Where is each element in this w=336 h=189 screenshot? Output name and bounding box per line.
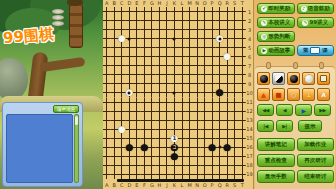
board-cell-T1[interactable]: [238, 170, 246, 179]
board-cell-F6[interactable]: [141, 125, 149, 134]
board-cell-J17[interactable]: [163, 25, 171, 34]
board-cell-S1[interactable]: [231, 170, 239, 179]
board-cell-S14[interactable]: [231, 52, 239, 61]
board-cell-P3[interactable]: [208, 152, 216, 161]
board-cell-J16[interactable]: [163, 34, 171, 43]
board-cell-R12[interactable]: [223, 70, 231, 79]
board-cell-S9[interactable]: [231, 98, 239, 107]
board-cell-F12[interactable]: [141, 70, 149, 79]
board-cell-L11[interactable]: [178, 79, 186, 88]
board-cell-G18[interactable]: [148, 16, 156, 25]
board-cell-N7[interactable]: [193, 116, 201, 125]
board-cell-L3[interactable]: [178, 152, 186, 161]
board-cell-K1[interactable]: [171, 170, 179, 179]
board-cell-G9[interactable]: [148, 98, 156, 107]
board-cell-D8[interactable]: [126, 107, 134, 116]
board-cell-Q6[interactable]: [216, 125, 224, 134]
board-cell-R11[interactable]: [223, 79, 231, 88]
board-cell-K16[interactable]: [171, 34, 179, 43]
alternate-stone-tool[interactable]: [272, 72, 285, 85]
board-cell-R1[interactable]: [223, 170, 231, 179]
board-cell-K13[interactable]: [171, 61, 179, 70]
board-cell-Q10[interactable]: ●: [216, 88, 224, 97]
board-cell-N10[interactable]: [193, 88, 201, 97]
board-cell-J15[interactable]: [163, 43, 171, 52]
board-cell-L7[interactable]: [178, 116, 186, 125]
board-cell-L12[interactable]: [178, 70, 186, 79]
board-cell-S2[interactable]: [231, 161, 239, 170]
square-mark-tool[interactable]: ■: [272, 88, 285, 101]
board-cell-D13[interactable]: [126, 61, 134, 70]
button-reward[interactable]: ✔即时奖励: [257, 3, 295, 14]
board-cell-L6[interactable]: [178, 125, 186, 134]
board-cell-L9[interactable]: [178, 98, 186, 107]
board-cell-Q3[interactable]: [216, 152, 224, 161]
board-cell-H16[interactable]: [156, 34, 164, 43]
board-cell-A8[interactable]: [103, 107, 111, 116]
board-cell-P9[interactable]: [208, 98, 216, 107]
board-cell-H15[interactable]: [156, 43, 164, 52]
board-cell-T14[interactable]: [238, 52, 246, 61]
board-cell-G13[interactable]: [148, 61, 156, 70]
chat-message-list[interactable]: [6, 114, 73, 183]
board-cell-J12[interactable]: [163, 70, 171, 79]
board-cell-E14[interactable]: [133, 52, 141, 61]
to-start-button[interactable]: |◀: [257, 120, 274, 132]
board-cell-T19[interactable]: [238, 7, 246, 16]
button-加载作业[interactable]: 加载作业: [297, 138, 335, 151]
to-end-button[interactable]: ▶|: [276, 120, 293, 132]
board-cell-S3[interactable]: [231, 152, 239, 161]
board-cell-O6[interactable]: [201, 125, 209, 134]
board-cell-H12[interactable]: [156, 70, 164, 79]
board-cell-T18[interactable]: [238, 16, 246, 25]
board-cell-N18[interactable]: [193, 16, 201, 25]
board-cell-O13[interactable]: [201, 61, 209, 70]
board-cell-J7[interactable]: [163, 116, 171, 125]
board-cell-F2[interactable]: [141, 161, 149, 170]
board-cell-J6[interactable]: [163, 125, 171, 134]
board-cell-H3[interactable]: [156, 152, 164, 161]
board-cell-G19[interactable]: [148, 7, 156, 16]
board-cell-S15[interactable]: [231, 43, 239, 52]
rewind-button[interactable]: ◀◀: [257, 104, 274, 116]
board-cell-C9[interactable]: [118, 98, 126, 107]
board-cell-Q12[interactable]: [216, 70, 224, 79]
board-cell-K17[interactable]: [171, 25, 179, 34]
board-cell-Q8[interactable]: [216, 107, 224, 116]
button-story[interactable]: ▶动画故事: [257, 45, 295, 56]
board-cell-T7[interactable]: [238, 116, 246, 125]
board-cell-O11[interactable]: [201, 79, 209, 88]
board-cell-B4[interactable]: [111, 143, 119, 152]
white-stone-tool[interactable]: [302, 72, 315, 85]
board-cell-A1[interactable]: [103, 170, 111, 179]
button-重点检查[interactable]: 重点检查: [257, 154, 295, 167]
board-cell-N6[interactable]: [193, 125, 201, 134]
board-cell-P18[interactable]: [208, 16, 216, 25]
board-cell-Q13[interactable]: [216, 61, 224, 70]
button-handout[interactable]: ✎本校讲义: [257, 17, 295, 28]
board-cell-A19[interactable]: [103, 7, 111, 16]
board-cell-F4[interactable]: ●: [141, 143, 149, 152]
board-cell-E7[interactable]: [133, 116, 141, 125]
board-cell-D14[interactable]: [126, 52, 134, 61]
step-forward-button[interactable]: ▶: [295, 104, 312, 116]
board-cell-Q9[interactable]: [216, 98, 224, 107]
board-cell-D1[interactable]: [126, 170, 134, 179]
board-cell-T8[interactable]: [238, 107, 246, 116]
board-cell-N1[interactable]: [193, 170, 201, 179]
board-cell-A10[interactable]: [103, 88, 111, 97]
board-cell-R18[interactable]: [223, 16, 231, 25]
board-cell-E19[interactable]: [133, 7, 141, 16]
board-cell-L18[interactable]: [178, 16, 186, 25]
board-cell-N19[interactable]: [193, 7, 201, 16]
board-cell-H4[interactable]: [156, 143, 164, 152]
board-cell-S5[interactable]: [231, 134, 239, 143]
board-cell-A4[interactable]: [103, 143, 111, 152]
board-cell-G12[interactable]: [148, 70, 156, 79]
board-cell-E3[interactable]: [133, 152, 141, 161]
board-cell-M14[interactable]: [186, 52, 194, 61]
board-cell-L1[interactable]: [178, 170, 186, 179]
board-cell-G7[interactable]: [148, 116, 156, 125]
board-cell-S12[interactable]: [231, 70, 239, 79]
board-cell-A15[interactable]: [103, 43, 111, 52]
board-cell-N15[interactable]: [193, 43, 201, 52]
lesson-number-button[interactable]: 第课: [297, 45, 335, 56]
board-cell-H7[interactable]: [156, 116, 164, 125]
board-cell-L19[interactable]: [178, 7, 186, 16]
board-cell-L8[interactable]: [178, 107, 186, 116]
board-cell-H19[interactable]: [156, 7, 164, 16]
board-cell-B14[interactable]: [111, 52, 119, 61]
board-cell-P2[interactable]: [208, 161, 216, 170]
board-cell-F17[interactable]: [141, 25, 149, 34]
board-cell-K19[interactable]: [171, 7, 179, 16]
board-cell-D7[interactable]: [126, 116, 134, 125]
board-cell-P14[interactable]: [208, 52, 216, 61]
board-cell-J10[interactable]: [163, 88, 171, 97]
board-cell-M15[interactable]: [186, 43, 194, 52]
board-cell-H6[interactable]: [156, 125, 164, 134]
board-cell-D15[interactable]: [126, 43, 134, 52]
board-cell-P12[interactable]: [208, 70, 216, 79]
board-cell-K10[interactable]: [171, 88, 179, 97]
board-cell-M8[interactable]: [186, 107, 194, 116]
board-cell-J14[interactable]: [163, 52, 171, 61]
board-cell-R3[interactable]: [223, 152, 231, 161]
board-cell-P7[interactable]: [208, 116, 216, 125]
board-cell-O19[interactable]: [201, 7, 209, 16]
board-cell-G8[interactable]: [148, 107, 156, 116]
board-cell-D18[interactable]: [126, 16, 134, 25]
board-cell-R14[interactable]: ●: [223, 52, 231, 61]
board-cell-L4[interactable]: [178, 143, 186, 152]
board-cell-K12[interactable]: [171, 70, 179, 79]
board-cell-E15[interactable]: [133, 43, 141, 52]
board-cell-B9[interactable]: [111, 98, 119, 107]
board-cell-N11[interactable]: [193, 79, 201, 88]
board-cell-P19[interactable]: [208, 7, 216, 16]
board-cell-D4[interactable]: ●: [126, 143, 134, 152]
board-cell-D10[interactable]: ●: [126, 88, 134, 97]
board-cell-M19[interactable]: [186, 7, 194, 16]
board-cell-C18[interactable]: [118, 16, 126, 25]
board-cell-E8[interactable]: [133, 107, 141, 116]
board-cell-A13[interactable]: [103, 61, 111, 70]
board-cell-N16[interactable]: [193, 34, 201, 43]
board-cell-M7[interactable]: [186, 116, 194, 125]
board-cell-B17[interactable]: [111, 25, 119, 34]
board-cell-Q16[interactable]: ●: [216, 34, 224, 43]
board-cell-D3[interactable]: [126, 152, 134, 161]
board-cell-M1[interactable]: [186, 170, 194, 179]
board-cell-A18[interactable]: [103, 16, 111, 25]
board-cell-H2[interactable]: [156, 161, 164, 170]
board-cell-R8[interactable]: [223, 107, 231, 116]
board-cell-M16[interactable]: [186, 34, 194, 43]
board-cell-K9[interactable]: [171, 98, 179, 107]
button-结束研讨[interactable]: 结束研讨: [297, 170, 335, 183]
board-cell-F3[interactable]: [141, 152, 149, 161]
board-cell-B5[interactable]: [111, 134, 119, 143]
board-cell-S16[interactable]: [231, 34, 239, 43]
board-cell-N8[interactable]: [193, 107, 201, 116]
board-cell-D9[interactable]: [126, 98, 134, 107]
board-cell-H9[interactable]: [156, 98, 164, 107]
board-cell-T10[interactable]: [238, 88, 246, 97]
board-cell-H11[interactable]: [156, 79, 164, 88]
board-cell-G1[interactable]: [148, 170, 156, 179]
board-cell-Q19[interactable]: [216, 7, 224, 16]
board-cell-J9[interactable]: [163, 98, 171, 107]
board-cell-C19[interactable]: [118, 7, 126, 16]
number-mark-tool[interactable]: 1: [302, 88, 315, 101]
board-cell-B12[interactable]: [111, 70, 119, 79]
chat-scrollbar-thumb[interactable]: [75, 116, 78, 125]
board-cell-Q7[interactable]: [216, 116, 224, 125]
board-cell-D6[interactable]: [126, 125, 134, 134]
board-cell-G2[interactable]: [148, 161, 156, 170]
button-handout[interactable]: ✎99讲义: [297, 17, 335, 28]
board-cell-L2[interactable]: [178, 161, 186, 170]
board-cell-M18[interactable]: [186, 16, 194, 25]
board-cell-O12[interactable]: [201, 70, 209, 79]
board-cell-T16[interactable]: [238, 34, 246, 43]
board-cell-C1[interactable]: [118, 170, 126, 179]
board-cell-Q2[interactable]: [216, 161, 224, 170]
board-cell-B2[interactable]: [111, 161, 119, 170]
board-cell-R9[interactable]: [223, 98, 231, 107]
board-cell-B15[interactable]: [111, 43, 119, 52]
board-cell-F15[interactable]: [141, 43, 149, 52]
board-cell-L5[interactable]: [178, 134, 186, 143]
board-cell-T6[interactable]: [238, 125, 246, 134]
button-讲解笔记[interactable]: 讲解笔记: [257, 138, 295, 151]
board-cell-S10[interactable]: [231, 88, 239, 97]
board-cell-O1[interactable]: [201, 170, 209, 179]
board-cell-P17[interactable]: [208, 25, 216, 34]
board-cell-R13[interactable]: [223, 61, 231, 70]
board-cell-A9[interactable]: [103, 98, 111, 107]
board-cell-R6[interactable]: [223, 125, 231, 134]
board-cell-E10[interactable]: [133, 88, 141, 97]
board-cell-J1[interactable]: [163, 170, 171, 179]
board-cell-G5[interactable]: [148, 134, 156, 143]
board-cell-M10[interactable]: [186, 88, 194, 97]
board-cell-A12[interactable]: [103, 70, 111, 79]
circle-mark-tool[interactable]: ○: [287, 88, 300, 101]
board-cell-O16[interactable]: [201, 34, 209, 43]
board-cell-K3[interactable]: ●: [171, 152, 179, 161]
black-stone-tool-2[interactable]: [287, 72, 300, 85]
eraser-tool[interactable]: [317, 72, 330, 85]
button-再次研讨[interactable]: 再次研讨: [297, 154, 335, 167]
board-cell-P8[interactable]: [208, 107, 216, 116]
board-cell-F19[interactable]: [141, 7, 149, 16]
board-cell-G3[interactable]: [148, 152, 156, 161]
board-cell-S6[interactable]: [231, 125, 239, 134]
board-cell-T3[interactable]: [238, 152, 246, 161]
board-cell-O8[interactable]: [201, 107, 209, 116]
board-cell-O14[interactable]: [201, 52, 209, 61]
board-cell-R19[interactable]: [223, 7, 231, 16]
board-cell-T17[interactable]: [238, 25, 246, 34]
board-cell-C14[interactable]: [118, 52, 126, 61]
clear-messages-button[interactable]: 清空消息: [53, 105, 79, 113]
board-cell-E13[interactable]: [133, 61, 141, 70]
board-cell-P1[interactable]: [208, 170, 216, 179]
board-cell-B11[interactable]: [111, 79, 119, 88]
board-cell-B1[interactable]: [111, 170, 119, 179]
board-cell-O10[interactable]: [201, 88, 209, 97]
board-cell-Q18[interactable]: [216, 16, 224, 25]
board-cell-E18[interactable]: [133, 16, 141, 25]
board-cell-K7[interactable]: [171, 116, 179, 125]
board-cell-N12[interactable]: [193, 70, 201, 79]
board-cell-B18[interactable]: [111, 16, 119, 25]
board-cell-M6[interactable]: [186, 125, 194, 134]
board-cell-H5[interactable]: [156, 134, 164, 143]
board-cell-C8[interactable]: [118, 107, 126, 116]
board-cell-P15[interactable]: [208, 43, 216, 52]
board-cell-H17[interactable]: [156, 25, 164, 34]
board-cell-E2[interactable]: [133, 161, 141, 170]
board-cell-M3[interactable]: [186, 152, 194, 161]
board-cell-K11[interactable]: [171, 79, 179, 88]
board-cell-L10[interactable]: [178, 88, 186, 97]
board-cell-G11[interactable]: [148, 79, 156, 88]
board-cell-D17[interactable]: [126, 25, 134, 34]
button-judge[interactable]: ◎形势判断: [257, 31, 295, 42]
button-显示手数[interactable]: 显示手数: [257, 170, 295, 183]
board-cell-F11[interactable]: [141, 79, 149, 88]
board-cell-J18[interactable]: [163, 16, 171, 25]
board-cell-C6[interactable]: ●: [118, 125, 126, 134]
board-cell-A11[interactable]: [103, 79, 111, 88]
board-cell-G17[interactable]: [148, 25, 156, 34]
board-cell-T9[interactable]: [238, 98, 246, 107]
board-cell-G16[interactable]: [148, 34, 156, 43]
board-cell-G4[interactable]: [148, 143, 156, 152]
board-cell-C16[interactable]: ●: [118, 34, 126, 43]
board-cell-P13[interactable]: [208, 61, 216, 70]
board-cell-S17[interactable]: [231, 25, 239, 34]
board-cell-J2[interactable]: [163, 161, 171, 170]
board-cell-N17[interactable]: [193, 25, 201, 34]
board-cell-R7[interactable]: [223, 116, 231, 125]
board-cell-N4[interactable]: [193, 143, 201, 152]
board-cell-S13[interactable]: [231, 61, 239, 70]
board-cell-E9[interactable]: [133, 98, 141, 107]
board-cell-H1[interactable]: [156, 170, 164, 179]
board-cell-E12[interactable]: [133, 70, 141, 79]
step-back-button[interactable]: ◀: [276, 104, 293, 116]
hint-button[interactable]: 提示: [298, 120, 322, 132]
board-cell-F1[interactable]: [141, 170, 149, 179]
board-cell-C3[interactable]: [118, 152, 126, 161]
board-cell-L17[interactable]: [178, 25, 186, 34]
board-cell-N2[interactable]: [193, 161, 201, 170]
board-cell-H10[interactable]: [156, 88, 164, 97]
board-cell-F8[interactable]: [141, 107, 149, 116]
triangle-mark-tool[interactable]: ▲: [257, 88, 270, 101]
board-cell-K18[interactable]: [171, 16, 179, 25]
board-cell-B10[interactable]: [111, 88, 119, 97]
board-cell-P4[interactable]: ●: [208, 143, 216, 152]
board-cell-M12[interactable]: [186, 70, 194, 79]
letter-mark-tool[interactable]: A: [317, 88, 330, 101]
board-cell-E6[interactable]: [133, 125, 141, 134]
board-cell-G15[interactable]: [148, 43, 156, 52]
board-cell-N9[interactable]: [193, 98, 201, 107]
board-cell-F9[interactable]: [141, 98, 149, 107]
board-cell-T5[interactable]: [238, 134, 246, 143]
board-cell-A7[interactable]: [103, 116, 111, 125]
board-cell-H14[interactable]: [156, 52, 164, 61]
board-cell-F18[interactable]: [141, 16, 149, 25]
board-cell-B8[interactable]: [111, 107, 119, 116]
board-cell-A2[interactable]: [103, 161, 111, 170]
board-cell-K2[interactable]: [171, 161, 179, 170]
board-cell-S11[interactable]: [231, 79, 239, 88]
board-cell-D12[interactable]: [126, 70, 134, 79]
board-cell-T2[interactable]: [238, 161, 246, 170]
board-cell-M2[interactable]: [186, 161, 194, 170]
board-cell-B13[interactable]: [111, 61, 119, 70]
board-cell-Q1[interactable]: [216, 170, 224, 179]
lesson-number-field[interactable]: [310, 47, 320, 54]
board-cell-S8[interactable]: [231, 107, 239, 116]
board-cell-F16[interactable]: [141, 34, 149, 43]
board-cell-O7[interactable]: [201, 116, 209, 125]
board-cell-E17[interactable]: [133, 25, 141, 34]
board-cell-M9[interactable]: [186, 98, 194, 107]
board-cell-L13[interactable]: [178, 61, 186, 70]
board-cell-S18[interactable]: [231, 16, 239, 25]
board-cell-H13[interactable]: [156, 61, 164, 70]
board-cell-E1[interactable]: [133, 170, 141, 179]
board-cell-R16[interactable]: [223, 34, 231, 43]
board-cell-F10[interactable]: [141, 88, 149, 97]
board-cell-K15[interactable]: [171, 43, 179, 52]
board-cell-C2[interactable]: [118, 161, 126, 170]
board-cell-A3[interactable]: [103, 152, 111, 161]
board-cell-O2[interactable]: [201, 161, 209, 170]
board-cell-K8[interactable]: [171, 107, 179, 116]
